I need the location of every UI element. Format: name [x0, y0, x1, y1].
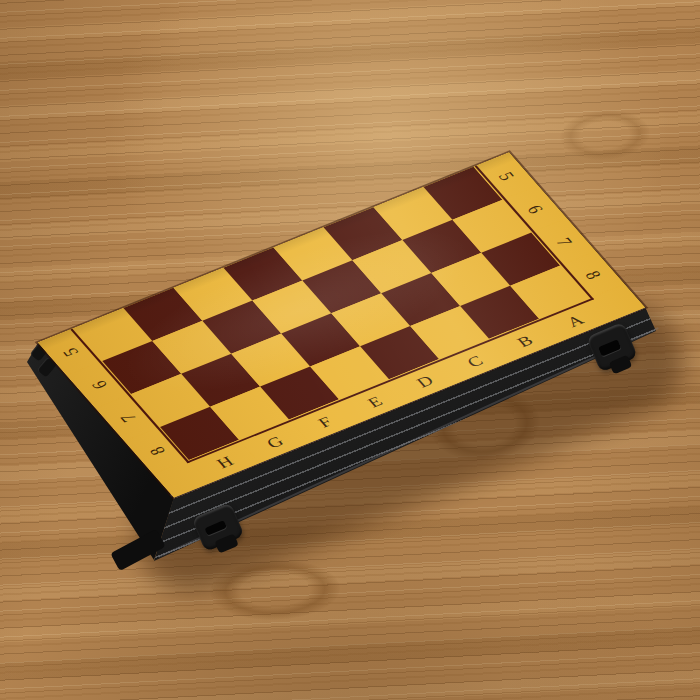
- file-label-c-text: C: [464, 353, 486, 369]
- rank-label-right-7-text: 7: [552, 235, 575, 248]
- file-label-b-text: B: [514, 333, 536, 349]
- file-label-e-text: E: [364, 394, 385, 410]
- rank-label-left-5-text: 5: [59, 345, 82, 358]
- rank-label-right-5-text: 5: [494, 170, 517, 183]
- file-label-h-text: H: [213, 454, 236, 471]
- file-label-f-text: F: [315, 414, 335, 430]
- rank-label-right-8-text: 8: [581, 268, 604, 281]
- rank-label-left-8-text: 8: [145, 444, 168, 457]
- rank-label-left-7-text: 7: [117, 411, 140, 424]
- right-clasp-slot: [598, 340, 621, 357]
- rank-label-right-6-text: 6: [523, 203, 546, 216]
- left-clasp-slot: [204, 520, 227, 536]
- scene: 55667788HGFEDCBA: [0, 0, 700, 700]
- file-label-g-text: G: [263, 434, 286, 451]
- file-label-a-text: A: [563, 312, 586, 329]
- rank-label-left-6-text: 6: [88, 378, 111, 391]
- file-label-d-text: D: [413, 373, 436, 390]
